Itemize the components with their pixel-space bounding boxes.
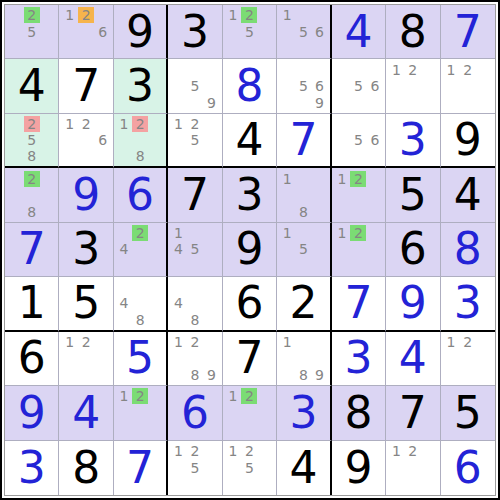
cell-r6c7[interactable]: 7 [332,277,386,331]
given-digit: 6 [223,277,276,329]
candidate-6: 6 [367,78,383,94]
candidate-4: 4 [170,241,186,257]
candidate-slot-empty [225,421,241,437]
cell-r2c6[interactable]: 569 [277,59,331,113]
candidate-1: 1 [388,443,404,460]
cell-r4c6[interactable]: 18 [277,168,331,222]
candidate-slot-empty [225,40,241,56]
candidate-slot-empty [203,225,219,241]
solved-digit: 6 [168,386,221,439]
candidate-slot-empty [40,170,56,186]
cell-r3c3[interactable]: 128 [114,114,168,168]
cell-r2c2[interactable]: 7 [59,59,113,113]
candidate-slot-empty [295,40,311,56]
candidate-slot-empty [94,350,110,366]
cell-r8c8[interactable]: 7 [386,386,440,440]
cell-r4c8[interactable]: 5 [386,168,440,222]
candidate-slot-empty [295,61,311,77]
cell-r4c3[interactable]: 6 [114,168,168,222]
cell-r9c7[interactable]: 9 [332,441,386,495]
candidate-slot-empty [443,367,460,383]
cell-r1c9[interactable]: 7 [441,5,495,59]
cell-r9c6[interactable]: 4 [277,441,331,495]
candidate-grid: 12 [116,388,164,437]
candidate-slot-empty [459,78,476,94]
candidate-6: 6 [367,132,383,148]
candidate-slot-empty [203,279,219,295]
cell-r9c3[interactable]: 7 [114,441,168,495]
candidate-slot-empty [116,421,132,437]
cell-r9c2[interactable]: 8 [59,441,113,495]
candidate-slot-empty [367,170,383,186]
cell-r2c7[interactable]: 56 [332,59,386,113]
given-digit: 8 [332,386,385,439]
candidate-slot-empty [367,258,383,274]
candidate-grid: 18 [279,170,327,219]
candidate-2-highlight-green: 2 [23,7,39,23]
cell-r1c1[interactable]: 25 [5,5,59,59]
candidate-slot-empty [334,78,350,94]
candidate-slot-empty [61,132,77,148]
candidate-slot-empty [40,203,56,219]
candidate-slot-empty [7,148,23,164]
candidate-grid: 12 [61,334,110,383]
candidate-grid: 25 [7,7,56,56]
candidate-5: 5 [187,241,203,257]
candidate-slot-empty [476,94,493,110]
cell-r8c4[interactable]: 6 [168,386,222,440]
cell-r7c5[interactable]: 7 [223,332,277,386]
candidate-slot-empty [279,78,295,94]
candidate-grid: 12 [388,443,437,493]
cell-r7c2[interactable]: 12 [59,332,113,386]
candidate-slot-empty [279,241,295,257]
solved-digit: 3 [5,441,58,495]
cell-r8c3[interactable]: 12 [114,386,168,440]
cell-r8c5[interactable]: 12 [223,386,277,440]
given-digit: 9 [223,223,276,276]
cell-r2c4[interactable]: 59 [168,59,222,113]
candidate-slot-empty [421,61,437,77]
cell-r5c5[interactable]: 9 [223,223,277,277]
cell-r3c9[interactable]: 9 [441,114,495,168]
cell-r5c9[interactable]: 8 [441,223,495,277]
candidate-slot-empty [116,225,132,241]
solved-digit: 5 [114,332,166,385]
candidate-slot-empty [312,225,328,241]
sudoku-app: 2512693125156487473598569561212258126128… [0,0,500,500]
candidate-slot-empty [421,459,437,476]
candidate-2-highlight-green: 2 [132,225,148,241]
candidate-slot-empty [148,405,164,421]
candidate-slot-empty [367,116,383,132]
candidate-grid: 56 [334,61,383,110]
candidate-1: 1 [225,388,241,404]
candidate-grid: 189 [279,334,327,383]
cell-r7c3[interactable]: 5 [114,332,168,386]
candidate-slot-empty [367,241,383,257]
candidate-slot-empty [116,279,132,295]
candidate-slot-empty [279,61,295,77]
cell-r2c1[interactable]: 4 [5,59,59,113]
candidate-slot-empty [40,23,56,39]
cell-r1c8[interactable]: 8 [386,5,440,59]
candidate-slot-empty [116,258,132,274]
candidate-1: 1 [225,443,241,460]
candidate-slot-empty [225,476,241,493]
cell-r5c8[interactable]: 6 [386,223,440,277]
candidate-slot-empty [295,258,311,274]
candidate-slot-empty [61,350,77,366]
candidate-slot-empty [350,187,366,203]
candidate-1: 1 [116,116,132,132]
candidate-slot-empty [148,421,164,437]
candidate-5: 5 [23,132,39,148]
candidate-slot-empty [350,241,366,257]
given-digit: 7 [386,386,439,439]
candidate-5: 5 [23,23,39,39]
solved-digit: 9 [59,168,112,221]
candidate-2: 2 [405,443,421,460]
cell-r8c6[interactable]: 3 [277,386,331,440]
candidate-slot-empty [421,476,437,493]
cell-r7c1[interactable]: 6 [5,332,59,386]
cell-r4c2[interactable]: 9 [59,168,113,222]
candidate-slot-empty [78,148,94,164]
candidate-slot-empty [350,203,366,219]
candidate-grid: 12 [334,170,383,219]
candidate-5: 5 [187,78,203,94]
cell-r7c4[interactable]: 1289 [168,332,222,386]
cell-r4c7[interactable]: 12 [332,168,386,222]
candidate-1: 1 [334,225,350,241]
candidate-slot-empty [78,40,94,56]
candidate-slot-empty [203,241,219,257]
candidate-slot-empty [203,459,219,476]
candidate-slot-empty [203,350,219,366]
candidate-slot-empty [258,459,274,476]
candidate-slot-empty [312,203,328,219]
cell-r1c4[interactable]: 3 [168,5,222,59]
cell-r3c7[interactable]: 56 [332,114,386,168]
cell-r2c8[interactable]: 12 [386,59,440,113]
candidate-slot-empty [312,258,328,274]
candidate-2-highlight-green: 2 [350,225,366,241]
candidate-5: 5 [187,132,203,148]
solved-digit: 3 [332,332,385,385]
candidate-slot-empty [132,132,148,148]
candidate-2: 2 [459,334,476,350]
candidate-slot-empty [459,367,476,383]
solved-digit: 8 [223,59,276,112]
candidate-1: 1 [61,7,77,23]
given-digit: 9 [441,114,495,166]
candidate-slot-empty [203,334,219,350]
candidate-1: 1 [170,116,186,132]
candidate-slot-empty [187,94,203,110]
candidate-slot-empty [367,61,383,77]
candidate-grid: 48 [170,279,219,327]
candidate-slot-empty [405,94,421,110]
candidate-8: 8 [187,312,203,328]
candidate-slot-empty [279,94,295,110]
candidate-slot-empty [203,258,219,274]
candidate-slot-empty [7,203,23,219]
candidate-slot-empty [61,148,77,164]
cell-r5c2[interactable]: 3 [59,223,113,277]
candidate-slot-empty [94,148,110,164]
candidate-2-highlight-green: 2 [23,170,39,186]
cell-r7c9[interactable]: 12 [441,332,495,386]
candidate-2-highlight-green: 2 [350,170,366,186]
cell-r2c5[interactable]: 8 [223,59,277,113]
candidate-slot-empty [350,116,366,132]
candidate-1: 1 [279,334,295,350]
candidate-2-highlight-pink: 2 [23,116,39,132]
cell-r5c1[interactable]: 7 [5,223,59,277]
candidate-slot-empty [295,350,311,366]
cell-r5c6[interactable]: 15 [277,223,331,277]
candidate-slot-empty [23,187,39,203]
candidate-slot-empty [279,23,295,39]
given-digit: 5 [59,277,112,329]
candidate-slot-empty [225,459,241,476]
candidate-slot-empty [312,350,328,366]
cell-r3c4[interactable]: 125 [168,114,222,168]
solved-digit: 9 [5,386,58,439]
cell-r6c2[interactable]: 5 [59,277,113,331]
given-digit: 9 [332,441,385,495]
candidate-slot-empty [350,258,366,274]
candidate-6: 6 [94,23,110,39]
candidate-slot-empty [334,132,350,148]
candidate-slot-empty [78,350,94,366]
candidate-slot-empty [78,367,94,383]
candidate-slot-empty [421,78,437,94]
solved-digit: 7 [332,277,385,329]
cell-r2c3[interactable]: 3 [114,59,168,113]
candidate-slot-empty [443,350,460,366]
candidate-slot-empty [187,148,203,164]
candidate-slot-empty [94,367,110,383]
candidate-slot-empty [148,132,164,148]
candidate-slot-empty [350,94,366,110]
given-digit: 2 [277,277,329,329]
candidate-slot-empty [459,350,476,366]
cell-r1c2[interactable]: 126 [59,5,113,59]
candidate-slot-empty [7,23,23,39]
candidate-9: 9 [203,367,219,383]
solved-digit: 7 [441,5,495,58]
given-digit: 7 [223,332,276,385]
candidate-slot-empty [170,132,186,148]
candidate-5: 5 [350,78,366,94]
cell-r1c7[interactable]: 4 [332,5,386,59]
candidate-grid: 48 [116,279,164,327]
candidate-slot-empty [334,258,350,274]
candidate-slot-empty [476,367,493,383]
candidate-1: 1 [116,388,132,404]
candidate-slot-empty [334,116,350,132]
cell-r1c5[interactable]: 125 [223,5,277,59]
candidate-slot-empty [443,94,460,110]
candidate-slot-empty [187,476,203,493]
candidate-grid: 12 [388,61,437,110]
cell-r8c1[interactable]: 9 [5,386,59,440]
candidate-slot-empty [258,7,274,23]
cell-r5c4[interactable]: 145 [168,223,222,277]
cell-r8c2[interactable]: 4 [59,386,113,440]
given-digit: 6 [5,332,58,385]
candidate-slot-empty [405,476,421,493]
cell-r5c7[interactable]: 12 [332,223,386,277]
cell-r1c3[interactable]: 9 [114,5,168,59]
candidate-slot-empty [258,405,274,421]
given-digit: 8 [59,441,112,495]
candidate-slot-empty [78,132,94,148]
candidate-6: 6 [312,23,328,39]
candidate-slot-empty [443,78,460,94]
candidate-grid: 569 [279,61,327,110]
candidate-slot-empty [421,443,437,460]
candidate-grid: 24 [116,225,164,274]
given-digit: 5 [386,168,439,221]
candidate-grid: 125 [225,7,274,56]
given-digit: 9 [114,5,166,58]
cell-r3c1[interactable]: 258 [5,114,59,168]
candidate-slot-empty [203,61,219,77]
candidate-slot-empty [187,279,203,295]
candidate-slot-empty [187,350,203,366]
cell-r3c8[interactable]: 3 [386,114,440,168]
given-digit: 3 [59,223,112,276]
cell-r9c5[interactable]: 125 [223,441,277,495]
candidate-slot-empty [334,148,350,164]
candidate-slot-empty [225,23,241,39]
candidate-grid: 1289 [170,334,219,383]
candidate-8: 8 [132,148,148,164]
cell-r3c5[interactable]: 4 [223,114,277,168]
candidate-slot-empty [388,459,404,476]
candidate-slot-empty [148,241,164,257]
cell-r2c9[interactable]: 12 [441,59,495,113]
cell-r9c9[interactable]: 6 [441,441,495,495]
candidate-2: 2 [187,443,203,460]
candidate-slot-empty [40,187,56,203]
cell-r3c2[interactable]: 126 [59,114,113,168]
candidate-slot-empty [312,241,328,257]
solved-digit: 4 [59,386,112,439]
cell-r8c9[interactable]: 5 [441,386,495,440]
candidate-2: 2 [459,61,476,77]
candidate-5: 5 [295,78,311,94]
cell-r9c8[interactable]: 12 [386,441,440,495]
cell-r8c7[interactable]: 8 [332,386,386,440]
candidate-slot-empty [334,94,350,110]
candidate-grid: 128 [116,116,164,164]
candidate-slot-empty [476,334,493,350]
given-digit: 4 [277,441,329,495]
candidate-2-highlight-green: 2 [132,388,148,404]
cell-r4c1[interactable]: 28 [5,168,59,222]
given-digit: 6 [386,223,439,276]
cell-r7c6[interactable]: 189 [277,332,331,386]
candidate-1: 1 [170,334,186,350]
candidate-1: 1 [279,170,295,186]
candidate-slot-empty [116,132,132,148]
candidate-slot-empty [203,148,219,164]
cell-r6c8[interactable]: 9 [386,277,440,331]
candidate-slot-empty [279,350,295,366]
candidate-slot-empty [132,279,148,295]
candidate-slot-empty [476,61,493,77]
given-digit: 7 [168,168,221,221]
cell-r6c4[interactable]: 48 [168,277,222,331]
candidate-slot-empty [61,23,77,39]
cell-r3c6[interactable]: 7 [277,114,331,168]
candidate-slot-empty [7,132,23,148]
cell-r1c6[interactable]: 156 [277,5,331,59]
candidate-slot-empty [203,295,219,311]
candidate-1: 1 [443,61,460,77]
cell-r4c5[interactable]: 3 [223,168,277,222]
cell-r9c1[interactable]: 3 [5,441,59,495]
solved-digit: 6 [114,168,166,221]
candidate-1: 1 [279,225,295,241]
candidate-slot-empty [405,78,421,94]
candidate-8: 8 [23,148,39,164]
candidate-slot-empty [116,405,132,421]
given-digit: 4 [441,168,495,221]
candidate-slot-empty [132,258,148,274]
solved-digit: 4 [386,332,439,385]
cell-r6c6[interactable]: 2 [277,277,331,331]
cell-r4c4[interactable]: 7 [168,168,222,222]
cell-r7c7[interactable]: 3 [332,332,386,386]
candidate-slot-empty [295,225,311,241]
cell-r9c4[interactable]: 125 [168,441,222,495]
cell-r5c3[interactable]: 24 [114,223,168,277]
cell-r6c5[interactable]: 6 [223,277,277,331]
candidate-2: 2 [187,334,203,350]
candidate-slot-empty [40,7,56,23]
candidate-5: 5 [187,459,203,476]
cell-r4c9[interactable]: 4 [441,168,495,222]
candidate-slot-empty [279,40,295,56]
candidate-grid: 28 [7,170,56,219]
candidate-slot-empty [187,258,203,274]
cell-r7c8[interactable]: 4 [386,332,440,386]
cell-r6c9[interactable]: 3 [441,277,495,331]
solved-digit: 4 [332,5,385,58]
candidate-slot-empty [132,405,148,421]
given-digit: 7 [59,59,112,112]
candidate-slot-empty [388,94,404,110]
candidate-grid: 59 [170,61,219,110]
candidate-slot-empty [203,116,219,132]
candidate-slot-empty [334,241,350,257]
candidate-slot-empty [367,148,383,164]
candidate-slot-empty [7,116,23,132]
candidate-slot-empty [312,7,328,23]
candidate-slot-empty [476,350,493,366]
cell-r6c3[interactable]: 48 [114,277,168,331]
given-digit: 3 [223,168,276,221]
candidate-slot-empty [459,94,476,110]
cell-r6c1[interactable]: 1 [5,277,59,331]
candidate-slot-empty [312,61,328,77]
candidate-5: 5 [295,241,311,257]
